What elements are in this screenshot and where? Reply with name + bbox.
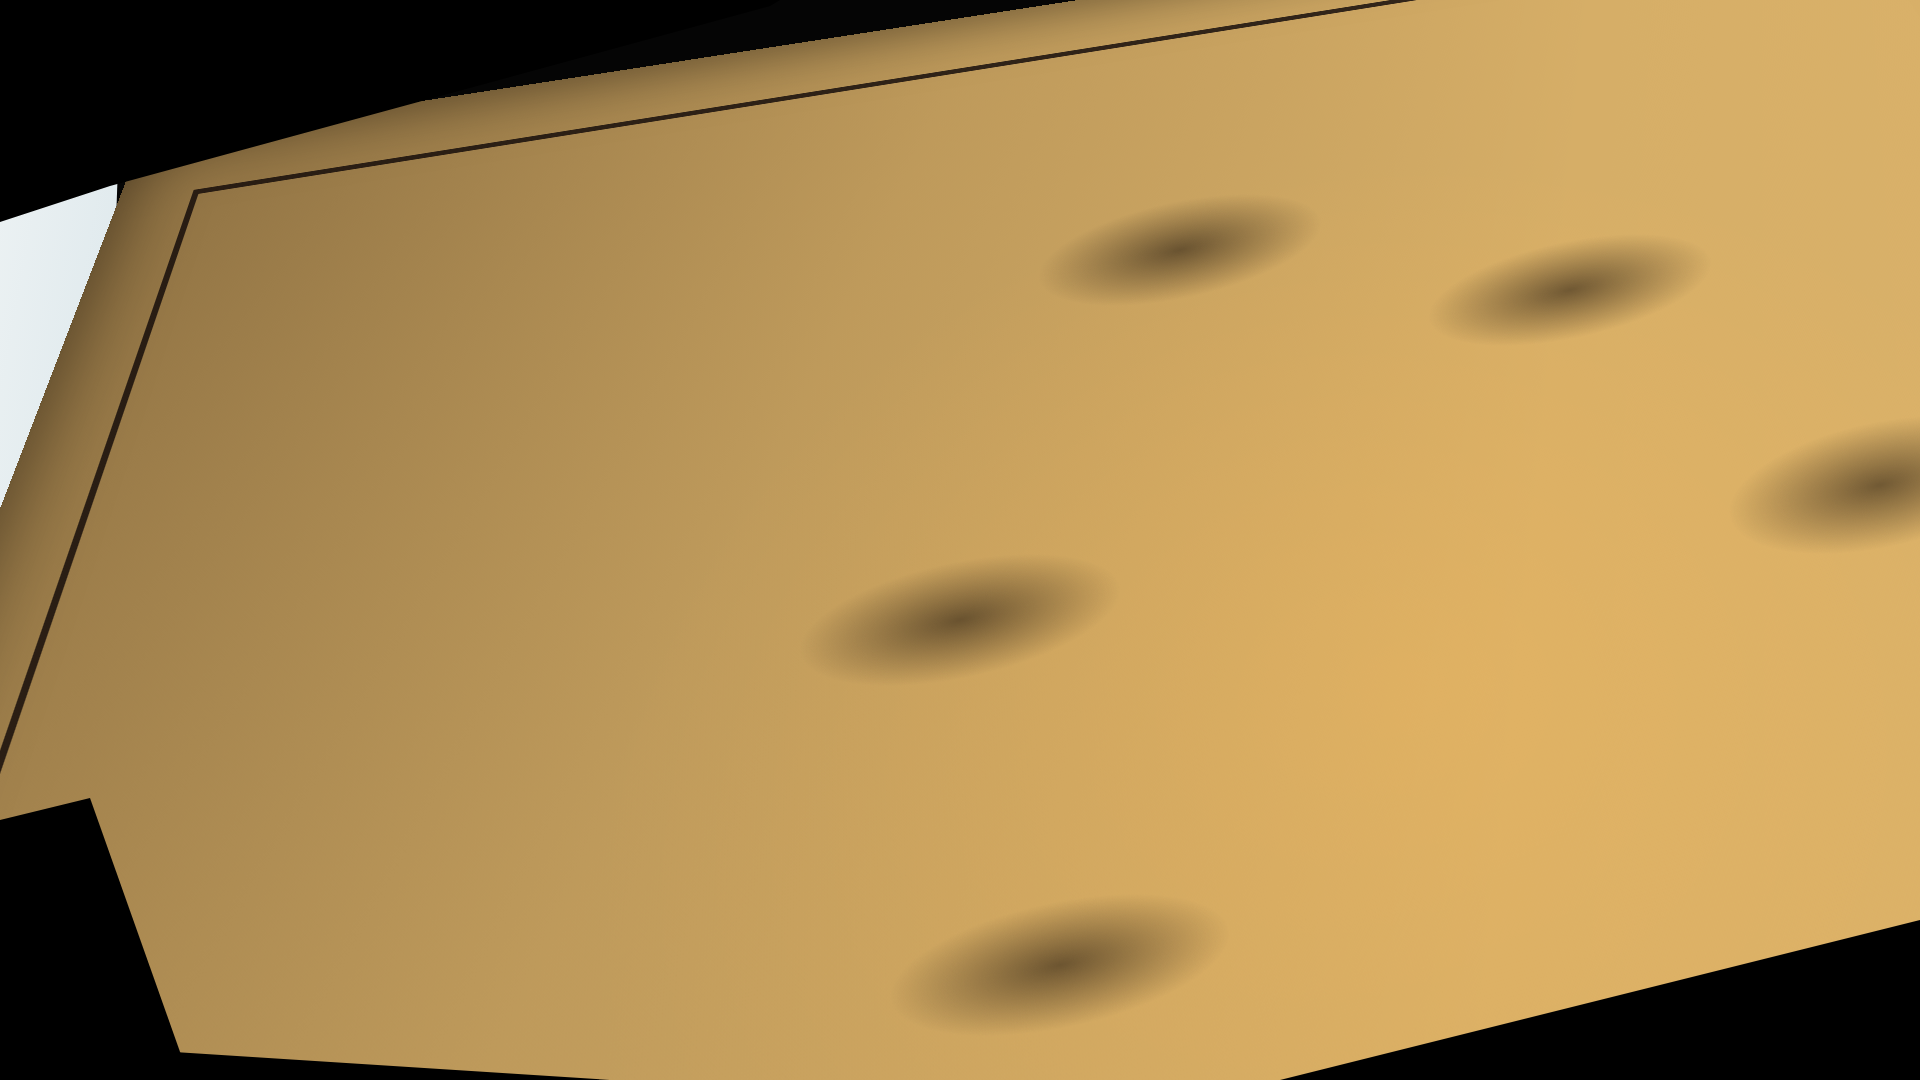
- wooden-board: [0, 0, 1920, 1080]
- perspective-wrapper: [0, 0, 1920, 1080]
- photo-of-chess-board: [0, 0, 1920, 1080]
- chess-board-grid: [0, 0, 1920, 1080]
